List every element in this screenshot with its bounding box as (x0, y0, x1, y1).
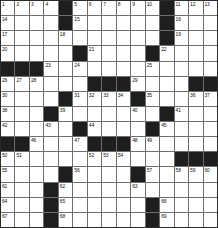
clue-number: 28 (31, 77, 36, 83)
grid-cell[interactable] (189, 62, 202, 76)
grid-cell[interactable] (59, 77, 72, 91)
grid-cell[interactable]: 49 (146, 137, 159, 151)
black-cell (88, 77, 101, 91)
clue-number: 60 (205, 167, 210, 173)
grid-cell[interactable]: 2 (15, 1, 28, 15)
black-cell (189, 77, 202, 91)
grid-cell[interactable] (30, 198, 43, 212)
grid-cell[interactable]: 48 (131, 137, 144, 151)
grid-cell[interactable]: 40 (131, 107, 144, 121)
black-cell (44, 183, 57, 197)
grid-cell[interactable] (102, 62, 115, 76)
grid-cell[interactable]: 42 (1, 122, 14, 136)
grid-cell[interactable] (15, 198, 28, 212)
grid-cell[interactable]: 9 (131, 1, 144, 15)
grid-cell[interactable] (204, 31, 217, 45)
grid-cell[interactable]: 24 (73, 62, 86, 76)
clue-number: 18 (60, 31, 65, 37)
grid-cell[interactable] (30, 46, 43, 60)
grid-cell[interactable]: 25 (146, 62, 159, 76)
grid-cell[interactable]: 31 (73, 92, 86, 106)
grid-cell[interactable]: 19 (175, 31, 188, 45)
clue-number: 58 (176, 167, 181, 173)
black-cell (73, 46, 86, 60)
black-cell (15, 62, 28, 76)
clue-number: 57 (147, 167, 152, 173)
black-cell (44, 213, 57, 227)
grid-cell[interactable] (44, 16, 57, 30)
grid-cell[interactable] (160, 62, 173, 76)
grid-cell[interactable] (73, 213, 86, 227)
grid-cell[interactable] (175, 198, 188, 212)
grid-cell[interactable] (30, 122, 43, 136)
clue-number: 17 (2, 31, 7, 37)
grid-cell[interactable] (204, 62, 217, 76)
grid-cell[interactable] (102, 213, 115, 227)
clue-number: 59 (190, 167, 195, 173)
grid-cell[interactable] (175, 183, 188, 197)
clue-number: 1 (2, 1, 5, 7)
clue-number: 36 (190, 92, 195, 98)
grid-cell[interactable] (131, 122, 144, 136)
clue-number: 37 (205, 92, 210, 98)
grid-cell[interactable] (146, 31, 159, 45)
grid-cell[interactable]: 39 (59, 107, 72, 121)
grid-cell[interactable] (146, 16, 159, 30)
grid-cell[interactable]: 23 (44, 62, 57, 76)
clue-number: 27 (16, 77, 21, 83)
grid-cell[interactable]: 52 (88, 152, 101, 166)
grid-cell[interactable] (102, 16, 115, 30)
grid-cell[interactable]: 4 (44, 1, 57, 15)
clue-number: 53 (103, 152, 108, 158)
grid-cell[interactable] (131, 152, 144, 166)
grid-cell[interactable] (88, 31, 101, 45)
grid-cell[interactable] (117, 183, 130, 197)
grid-cell[interactable] (175, 46, 188, 60)
black-cell (160, 16, 173, 30)
grid-cell[interactable]: 58 (175, 167, 188, 181)
grid-cell[interactable] (44, 167, 57, 181)
grid-cell[interactable]: 7 (102, 1, 115, 15)
clue-number: 68 (60, 213, 65, 219)
grid-cell[interactable] (88, 107, 101, 121)
grid-cell[interactable]: 11 (175, 1, 188, 15)
clue-number: 4 (45, 1, 48, 7)
black-cell (59, 1, 72, 15)
grid-cell[interactable] (146, 77, 159, 91)
clue-number: 67 (2, 213, 7, 219)
grid-cell[interactable] (88, 213, 101, 227)
clue-number: 14 (2, 16, 7, 22)
grid-cell[interactable] (73, 31, 86, 45)
grid-cell[interactable]: 8 (117, 1, 130, 15)
grid-cell[interactable] (160, 152, 173, 166)
clue-number: 16 (176, 16, 181, 22)
clue-number: 10 (147, 1, 152, 7)
grid-cell[interactable]: 63 (131, 183, 144, 197)
black-cell (102, 137, 115, 151)
grid-cell[interactable] (30, 31, 43, 45)
clue-number: 26 (2, 77, 7, 83)
grid-cell[interactable]: 67 (1, 213, 14, 227)
grid-cell[interactable] (204, 122, 217, 136)
grid-cell[interactable]: 43 (44, 122, 57, 136)
grid-cell[interactable] (117, 213, 130, 227)
grid-cell[interactable]: 65 (59, 198, 72, 212)
grid-cell[interactable] (73, 183, 86, 197)
grid-cell[interactable]: 57 (146, 167, 159, 181)
grid-cell[interactable]: 55 (1, 167, 14, 181)
clue-number: 61 (2, 183, 7, 189)
grid-cell[interactable]: 41 (175, 107, 188, 121)
black-cell (88, 137, 101, 151)
grid-cell[interactable]: 21 (88, 46, 101, 60)
clue-number: 30 (2, 92, 7, 98)
grid-cell[interactable] (175, 137, 188, 151)
grid-cell[interactable] (44, 92, 57, 106)
grid-cell[interactable] (59, 46, 72, 60)
grid-cell[interactable] (15, 107, 28, 121)
crossword-grid: 1234567891011121314151617181920212223242… (0, 0, 218, 228)
black-cell (131, 167, 144, 181)
grid-cell[interactable] (189, 198, 202, 212)
black-cell (146, 213, 159, 227)
grid-cell[interactable]: 36 (189, 92, 202, 106)
grid-cell[interactable] (30, 183, 43, 197)
grid-cell[interactable]: 3 (30, 1, 43, 15)
clue-number: 49 (147, 137, 152, 143)
clue-number: 32 (89, 92, 94, 98)
grid-cell[interactable]: 16 (175, 16, 188, 30)
grid-cell[interactable] (189, 31, 202, 45)
grid-cell[interactable] (204, 107, 217, 121)
grid-cell[interactable] (15, 122, 28, 136)
clue-number: 11 (176, 1, 181, 7)
grid-cell[interactable] (204, 213, 217, 227)
grid-cell[interactable] (131, 62, 144, 76)
black-cell (117, 137, 130, 151)
grid-cell[interactable] (117, 122, 130, 136)
black-cell (1, 137, 14, 151)
clue-number: 13 (205, 1, 210, 7)
grid-cell[interactable] (175, 122, 188, 136)
grid-cell[interactable]: 34 (117, 92, 130, 106)
grid-cell[interactable] (175, 77, 188, 91)
grid-cell[interactable] (189, 16, 202, 30)
grid-cell[interactable] (204, 46, 217, 60)
black-cell (30, 62, 43, 76)
grid-cell[interactable]: 29 (131, 77, 144, 91)
clue-number: 6 (89, 1, 92, 7)
grid-cell[interactable]: 13 (204, 1, 217, 15)
clue-number: 44 (89, 122, 94, 128)
grid-cell[interactable]: 1 (1, 1, 14, 15)
black-cell (146, 198, 159, 212)
clue-number: 51 (16, 152, 21, 158)
grid-cell[interactable] (15, 213, 28, 227)
black-cell (15, 137, 28, 151)
grid-cell[interactable] (204, 137, 217, 151)
grid-cell[interactable] (117, 62, 130, 76)
grid-cell[interactable]: 66 (160, 198, 173, 212)
grid-cell[interactable]: 37 (204, 92, 217, 106)
grid-cell[interactable]: 14 (1, 16, 14, 30)
grid-cell[interactable] (15, 31, 28, 45)
grid-cell[interactable] (175, 92, 188, 106)
grid-cell[interactable] (160, 77, 173, 91)
clue-number: 21 (89, 46, 94, 52)
grid-cell[interactable] (102, 122, 115, 136)
clue-number: 66 (161, 198, 166, 204)
grid-cell[interactable] (189, 213, 202, 227)
grid-cell[interactable] (44, 152, 57, 166)
black-cell (175, 152, 188, 166)
clue-number: 46 (31, 137, 36, 143)
grid-cell[interactable] (160, 137, 173, 151)
black-cell (160, 107, 173, 121)
clue-number: 19 (176, 31, 181, 37)
clue-number: 65 (60, 198, 65, 204)
grid-cell[interactable] (102, 46, 115, 60)
grid-cell[interactable] (189, 107, 202, 121)
grid-cell[interactable] (131, 31, 144, 45)
grid-cell[interactable] (44, 77, 57, 91)
grid-cell[interactable] (189, 46, 202, 60)
grid-cell[interactable]: 33 (102, 92, 115, 106)
black-cell (189, 152, 202, 166)
clue-number: 22 (161, 46, 166, 52)
grid-cell[interactable] (30, 167, 43, 181)
grid-cell[interactable]: 69 (160, 213, 173, 227)
clue-number: 29 (132, 77, 137, 83)
grid-cell[interactable] (204, 16, 217, 30)
grid-cell[interactable] (102, 107, 115, 121)
clue-number: 31 (74, 92, 79, 98)
clue-number: 24 (74, 62, 79, 68)
clue-number: 62 (60, 183, 65, 189)
black-cell (59, 92, 72, 106)
grid-cell[interactable]: 38 (1, 107, 14, 121)
grid-cell[interactable] (189, 122, 202, 136)
grid-cell[interactable] (88, 16, 101, 30)
grid-cell[interactable] (117, 46, 130, 60)
clue-number: 47 (74, 137, 79, 143)
grid-cell[interactable] (44, 46, 57, 60)
grid-cell[interactable]: 68 (59, 213, 72, 227)
grid-cell[interactable] (189, 183, 202, 197)
clue-number: 34 (118, 92, 123, 98)
grid-cell[interactable] (175, 213, 188, 227)
grid-cell[interactable] (15, 16, 28, 30)
grid-cell[interactable]: 15 (73, 16, 86, 30)
grid-cell[interactable] (30, 213, 43, 227)
clue-number: 20 (2, 46, 7, 52)
clue-number: 52 (89, 152, 94, 158)
grid-cell[interactable] (73, 107, 86, 121)
grid-cell[interactable]: 30 (1, 92, 14, 106)
black-cell (1, 62, 14, 76)
grid-cell[interactable]: 64 (1, 198, 14, 212)
grid-cell[interactable]: 45 (160, 122, 173, 136)
clue-number: 63 (132, 183, 137, 189)
grid-cell[interactable] (102, 198, 115, 212)
grid-cell[interactable]: 56 (73, 167, 86, 181)
grid-cell[interactable] (30, 152, 43, 166)
black-cell (73, 122, 86, 136)
grid-cell[interactable]: 61 (1, 183, 14, 197)
grid-cell[interactable] (59, 62, 72, 76)
clue-number: 48 (132, 137, 137, 143)
grid-cell[interactable] (88, 167, 101, 181)
black-cell (59, 167, 72, 181)
clue-number: 35 (147, 92, 152, 98)
clue-number: 2 (16, 1, 19, 7)
grid-cell[interactable]: 35 (146, 92, 159, 106)
clue-number: 3 (31, 1, 34, 7)
clue-number: 9 (132, 1, 135, 7)
clue-number: 50 (2, 152, 7, 158)
clue-number: 12 (190, 1, 195, 7)
grid-cell[interactable]: 32 (88, 92, 101, 106)
grid-cell[interactable]: 54 (117, 152, 130, 166)
grid-cell[interactable] (175, 62, 188, 76)
grid-cell[interactable] (73, 198, 86, 212)
grid-cell[interactable] (73, 152, 86, 166)
clue-number: 56 (74, 167, 79, 173)
grid-cell[interactable] (88, 198, 101, 212)
grid-cell[interactable] (59, 122, 72, 136)
black-cell (131, 92, 144, 106)
grid-cell[interactable]: 47 (73, 137, 86, 151)
clue-number: 23 (45, 62, 50, 68)
grid-cell[interactable] (88, 183, 101, 197)
grid-cell[interactable]: 51 (15, 152, 28, 166)
grid-cell[interactable] (204, 183, 217, 197)
grid-cell[interactable]: 50 (1, 152, 14, 166)
clue-number: 40 (132, 107, 137, 113)
black-cell (146, 46, 159, 60)
black-cell (204, 77, 217, 91)
clue-number: 41 (176, 107, 181, 113)
grid-cell[interactable] (30, 107, 43, 121)
clue-number: 25 (147, 62, 152, 68)
grid-cell[interactable] (102, 167, 115, 181)
grid-cell[interactable] (131, 213, 144, 227)
grid-cell[interactable] (59, 137, 72, 151)
grid-cell[interactable]: 62 (59, 183, 72, 197)
grid-cell[interactable] (30, 92, 43, 106)
grid-cell[interactable]: 10 (146, 1, 159, 15)
grid-cell[interactable]: 53 (102, 152, 115, 166)
black-cell (204, 152, 217, 166)
black-cell (59, 16, 72, 30)
grid-cell[interactable]: 20 (1, 46, 14, 60)
grid-cell[interactable]: 26 (1, 77, 14, 91)
grid-cell[interactable] (102, 31, 115, 45)
grid-cell[interactable] (44, 31, 57, 45)
grid-cell[interactable] (160, 167, 173, 181)
clue-number: 8 (118, 1, 121, 7)
black-cell (146, 122, 159, 136)
grid-cell[interactable]: 5 (73, 1, 86, 15)
grid-cell[interactable]: 44 (88, 122, 101, 136)
grid-cell[interactable]: 22 (160, 46, 173, 60)
black-cell (44, 198, 57, 212)
clue-number: 55 (2, 167, 7, 173)
grid-cell[interactable] (15, 92, 28, 106)
black-cell (102, 77, 115, 91)
grid-cell[interactable]: 17 (1, 31, 14, 45)
grid-cell[interactable]: 18 (59, 31, 72, 45)
grid-cell[interactable] (15, 46, 28, 60)
clue-number: 43 (45, 122, 50, 128)
grid-cell[interactable] (146, 183, 159, 197)
grid-cell[interactable] (204, 198, 217, 212)
grid-cell[interactable]: 6 (88, 1, 101, 15)
grid-cell[interactable] (44, 137, 57, 151)
grid-cell[interactable]: 59 (189, 167, 202, 181)
grid-cell[interactable] (160, 92, 173, 106)
grid-cell[interactable] (73, 77, 86, 91)
black-cell (160, 1, 173, 15)
grid-cell[interactable]: 60 (204, 167, 217, 181)
grid-cell[interactable] (15, 183, 28, 197)
grid-cell[interactable]: 27 (15, 77, 28, 91)
clue-number: 45 (161, 122, 166, 128)
grid-cell[interactable] (117, 31, 130, 45)
grid-cell[interactable]: 28 (30, 77, 43, 91)
clue-number: 39 (60, 107, 65, 113)
grid-cell[interactable]: 46 (30, 137, 43, 151)
clue-number: 64 (2, 198, 7, 204)
clue-number: 69 (161, 213, 166, 219)
black-cell (160, 31, 173, 45)
grid-cell[interactable] (189, 137, 202, 151)
grid-cell[interactable] (117, 16, 130, 30)
clue-number: 15 (74, 16, 79, 22)
grid-cell[interactable] (160, 183, 173, 197)
grid-cell[interactable] (131, 198, 144, 212)
grid-cell[interactable] (117, 167, 130, 181)
grid-cell[interactable] (88, 62, 101, 76)
clue-number: 5 (74, 1, 77, 7)
grid-cell[interactable] (131, 16, 144, 30)
grid-cell[interactable] (59, 152, 72, 166)
clue-number: 42 (2, 122, 7, 128)
clue-number: 7 (103, 1, 106, 7)
grid-cell[interactable] (15, 167, 28, 181)
grid-cell[interactable] (30, 16, 43, 30)
grid-cell[interactable] (117, 198, 130, 212)
clue-number: 38 (2, 107, 7, 113)
grid-cell[interactable] (146, 107, 159, 121)
grid-cell[interactable] (146, 152, 159, 166)
clue-number: 54 (118, 152, 123, 158)
grid-cell[interactable]: 12 (189, 1, 202, 15)
black-cell (44, 107, 57, 121)
grid-cell[interactable] (131, 46, 144, 60)
black-cell (117, 77, 130, 91)
grid-cell[interactable] (102, 183, 115, 197)
grid-cell[interactable] (117, 107, 130, 121)
clue-number: 33 (103, 92, 108, 98)
